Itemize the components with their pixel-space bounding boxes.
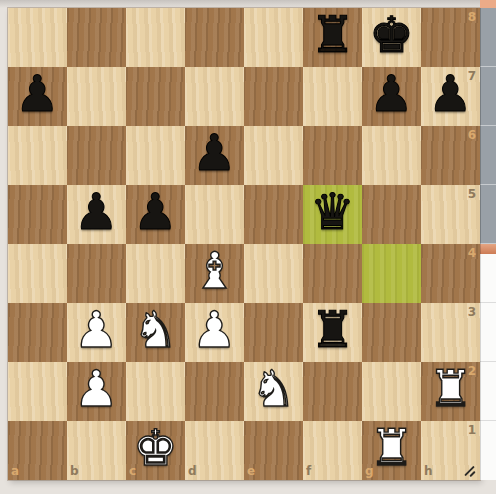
file-label-c: c bbox=[129, 465, 136, 477]
square-h4[interactable]: 4 bbox=[421, 244, 480, 303]
square-b2[interactable]: ♟ bbox=[67, 362, 126, 421]
square-g6[interactable] bbox=[362, 126, 421, 185]
file-label-e: e bbox=[247, 465, 255, 477]
black-pawn[interactable]: ♟ bbox=[74, 183, 119, 242]
square-d6[interactable]: ♟ bbox=[185, 126, 244, 185]
scrollbar-top-cap bbox=[480, 0, 496, 8]
square-h7[interactable]: ♟7 bbox=[421, 67, 480, 126]
scrollbar-orange-marker[interactable] bbox=[480, 244, 496, 254]
scrollbar-lower-track[interactable] bbox=[480, 254, 496, 480]
square-d5[interactable] bbox=[185, 185, 244, 244]
square-a2[interactable] bbox=[8, 362, 67, 421]
square-a5[interactable] bbox=[8, 185, 67, 244]
square-f7[interactable] bbox=[303, 67, 362, 126]
square-h2[interactable]: ♜2 bbox=[421, 362, 480, 421]
black-king[interactable]: ♚ bbox=[369, 6, 414, 65]
resize-handle-line bbox=[469, 471, 475, 477]
square-e6[interactable] bbox=[244, 126, 303, 185]
square-g2[interactable] bbox=[362, 362, 421, 421]
square-d4[interactable]: ♝ bbox=[185, 244, 244, 303]
rank-label-3: 3 bbox=[468, 306, 476, 318]
square-e1[interactable]: e bbox=[244, 421, 303, 480]
square-d2[interactable] bbox=[185, 362, 244, 421]
square-h3[interactable]: 3 bbox=[421, 303, 480, 362]
file-label-d: d bbox=[188, 465, 197, 477]
square-b7[interactable] bbox=[67, 67, 126, 126]
square-g7[interactable]: ♟ bbox=[362, 67, 421, 126]
rank-label-1: 1 bbox=[468, 424, 476, 436]
black-pawn[interactable]: ♟ bbox=[192, 124, 237, 183]
white-knight[interactable]: ♞ bbox=[133, 301, 178, 360]
black-rook[interactable]: ♜ bbox=[310, 301, 355, 360]
square-f3[interactable]: ♜ bbox=[303, 303, 362, 362]
resize-handle-icon[interactable] bbox=[462, 462, 478, 478]
square-d1[interactable]: d bbox=[185, 421, 244, 480]
black-pawn[interactable]: ♟ bbox=[369, 65, 414, 124]
square-h8[interactable]: 8 bbox=[421, 8, 480, 67]
square-g1[interactable]: ♜g bbox=[362, 421, 421, 480]
file-label-h: h bbox=[424, 465, 433, 477]
file-label-a: a bbox=[11, 465, 19, 477]
square-e8[interactable] bbox=[244, 8, 303, 67]
rank-label-4: 4 bbox=[468, 247, 476, 259]
square-f4[interactable] bbox=[303, 244, 362, 303]
square-e5[interactable] bbox=[244, 185, 303, 244]
square-b8[interactable] bbox=[67, 8, 126, 67]
square-c7[interactable] bbox=[126, 67, 185, 126]
rank-label-7: 7 bbox=[468, 70, 476, 82]
black-queen[interactable]: ♛ bbox=[310, 183, 355, 242]
square-c2[interactable] bbox=[126, 362, 185, 421]
white-bishop[interactable]: ♝ bbox=[192, 242, 237, 301]
white-rook[interactable]: ♜ bbox=[428, 360, 473, 419]
white-pawn[interactable]: ♟ bbox=[74, 301, 119, 360]
square-g8[interactable]: ♚ bbox=[362, 8, 421, 67]
square-e3[interactable] bbox=[244, 303, 303, 362]
window-top-edge bbox=[0, 0, 496, 8]
white-knight[interactable]: ♞ bbox=[251, 360, 296, 419]
square-b5[interactable]: ♟ bbox=[67, 185, 126, 244]
rank-label-5: 5 bbox=[468, 188, 476, 200]
square-a4[interactable] bbox=[8, 244, 67, 303]
square-d8[interactable] bbox=[185, 8, 244, 67]
rank-label-2: 2 bbox=[468, 365, 476, 377]
square-a8[interactable] bbox=[8, 8, 67, 67]
white-king[interactable]: ♚ bbox=[133, 419, 178, 478]
square-c3[interactable]: ♞ bbox=[126, 303, 185, 362]
black-pawn[interactable]: ♟ bbox=[15, 65, 60, 124]
square-c8[interactable] bbox=[126, 8, 185, 67]
rank-label-8: 8 bbox=[468, 11, 476, 23]
square-f5[interactable]: ♛ bbox=[303, 185, 362, 244]
square-f8[interactable]: ♜ bbox=[303, 8, 362, 67]
white-pawn[interactable]: ♟ bbox=[192, 301, 237, 360]
square-a3[interactable] bbox=[8, 303, 67, 362]
file-label-f: f bbox=[306, 465, 311, 477]
scrollbar-upper-track[interactable] bbox=[480, 8, 496, 244]
white-rook[interactable]: ♜ bbox=[369, 419, 414, 478]
square-a6[interactable] bbox=[8, 126, 67, 185]
square-e2[interactable]: ♞ bbox=[244, 362, 303, 421]
square-g4[interactable] bbox=[362, 244, 421, 303]
square-c5[interactable]: ♟ bbox=[126, 185, 185, 244]
square-c6[interactable] bbox=[126, 126, 185, 185]
file-label-b: b bbox=[70, 465, 79, 477]
white-pawn[interactable]: ♟ bbox=[74, 360, 119, 419]
square-g5[interactable] bbox=[362, 185, 421, 244]
square-c1[interactable]: ♚c bbox=[126, 421, 185, 480]
square-e7[interactable] bbox=[244, 67, 303, 126]
square-f1[interactable]: f bbox=[303, 421, 362, 480]
square-g3[interactable] bbox=[362, 303, 421, 362]
black-pawn[interactable]: ♟ bbox=[428, 65, 473, 124]
chess-board: ♜♚8♟♟♟7♟6♟♟♛5♝4♟♞♟♜3♟♞♜2ab♚cdef♜gh1 bbox=[8, 8, 480, 480]
square-d3[interactable]: ♟ bbox=[185, 303, 244, 362]
square-c4[interactable] bbox=[126, 244, 185, 303]
square-h6[interactable]: 6 bbox=[421, 126, 480, 185]
square-e4[interactable] bbox=[244, 244, 303, 303]
rank-label-6: 6 bbox=[468, 129, 476, 141]
square-a7[interactable]: ♟ bbox=[8, 67, 67, 126]
square-f2[interactable] bbox=[303, 362, 362, 421]
square-a1[interactable]: a bbox=[8, 421, 67, 480]
square-d7[interactable] bbox=[185, 67, 244, 126]
file-label-g: g bbox=[365, 465, 374, 477]
square-b4[interactable] bbox=[67, 244, 126, 303]
square-b6[interactable] bbox=[67, 126, 126, 185]
black-pawn[interactable]: ♟ bbox=[133, 183, 178, 242]
black-rook[interactable]: ♜ bbox=[310, 6, 355, 65]
square-h5[interactable]: 5 bbox=[421, 185, 480, 244]
square-b1[interactable]: b bbox=[67, 421, 126, 480]
square-b3[interactable]: ♟ bbox=[67, 303, 126, 362]
square-f6[interactable] bbox=[303, 126, 362, 185]
